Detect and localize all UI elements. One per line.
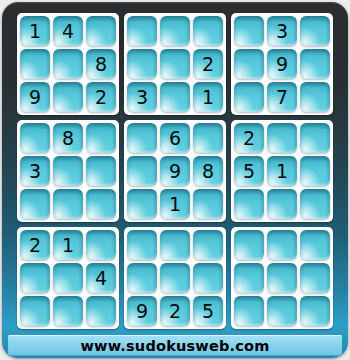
cell-r3c4[interactable]: 3 [127, 82, 157, 112]
cell-r4c6[interactable] [193, 123, 223, 153]
cell-r8c7[interactable] [234, 263, 264, 293]
cell-r7c8[interactable] [267, 230, 297, 260]
cell-r2c6[interactable]: 2 [193, 49, 223, 79]
cell-r5c6[interactable]: 8 [193, 156, 223, 186]
cell-r7c9[interactable] [300, 230, 330, 260]
board-frame: 14892231397836981251214925 www.sudokuswe… [2, 2, 348, 358]
cell-r6c6[interactable] [193, 189, 223, 219]
block-r2c3: 251 [231, 120, 333, 222]
cell-r3c7[interactable] [234, 82, 264, 112]
cell-r7c5[interactable] [160, 230, 190, 260]
footer-url-text: www.sudokusweb.com [80, 338, 269, 354]
cell-r7c4[interactable] [127, 230, 157, 260]
cell-r6c2[interactable] [53, 189, 83, 219]
cell-r5c9[interactable] [300, 156, 330, 186]
cell-r9c4[interactable]: 9 [127, 296, 157, 326]
cell-r3c3[interactable]: 2 [86, 82, 116, 112]
cell-r1c9[interactable] [300, 16, 330, 46]
cell-r3c5[interactable] [160, 82, 190, 112]
cell-r1c1[interactable]: 1 [20, 16, 50, 46]
block-r3c1: 214 [17, 227, 119, 329]
block-r3c2: 925 [124, 227, 226, 329]
cell-r9c2[interactable] [53, 296, 83, 326]
cell-r6c5[interactable]: 1 [160, 189, 190, 219]
block-r3c3 [231, 227, 333, 329]
cell-r2c7[interactable] [234, 49, 264, 79]
cell-r8c9[interactable] [300, 263, 330, 293]
cell-r2c8[interactable]: 9 [267, 49, 297, 79]
cell-r4c8[interactable] [267, 123, 297, 153]
cell-r5c8[interactable]: 1 [267, 156, 297, 186]
cell-r2c4[interactable] [127, 49, 157, 79]
cell-r3c2[interactable] [53, 82, 83, 112]
cell-r2c9[interactable] [300, 49, 330, 79]
cell-r3c1[interactable]: 9 [20, 82, 50, 112]
cell-r6c4[interactable] [127, 189, 157, 219]
cell-r9c3[interactable] [86, 296, 116, 326]
cell-r6c8[interactable] [267, 189, 297, 219]
cell-r7c2[interactable]: 1 [53, 230, 83, 260]
cell-r2c3[interactable]: 8 [86, 49, 116, 79]
cell-r8c1[interactable] [20, 263, 50, 293]
cell-r5c1[interactable]: 3 [20, 156, 50, 186]
cell-r1c6[interactable] [193, 16, 223, 46]
cell-r7c7[interactable] [234, 230, 264, 260]
cell-r5c3[interactable] [86, 156, 116, 186]
cell-r3c6[interactable]: 1 [193, 82, 223, 112]
block-r1c1: 14892 [17, 13, 119, 115]
cell-r9c5[interactable]: 2 [160, 296, 190, 326]
cell-r2c5[interactable] [160, 49, 190, 79]
cell-r8c4[interactable] [127, 263, 157, 293]
cell-r5c5[interactable]: 9 [160, 156, 190, 186]
cell-r1c5[interactable] [160, 16, 190, 46]
cell-r9c1[interactable] [20, 296, 50, 326]
block-r2c2: 6981 [124, 120, 226, 222]
cell-r3c9[interactable] [300, 82, 330, 112]
cell-r1c4[interactable] [127, 16, 157, 46]
cell-r5c2[interactable] [53, 156, 83, 186]
cell-r1c3[interactable] [86, 16, 116, 46]
cell-r8c8[interactable] [267, 263, 297, 293]
cell-r4c2[interactable]: 8 [53, 123, 83, 153]
cell-r4c4[interactable] [127, 123, 157, 153]
cell-r2c1[interactable] [20, 49, 50, 79]
cell-r7c3[interactable] [86, 230, 116, 260]
block-r1c3: 397 [231, 13, 333, 115]
cell-r8c2[interactable] [53, 263, 83, 293]
cell-r4c7[interactable]: 2 [234, 123, 264, 153]
cell-r4c1[interactable] [20, 123, 50, 153]
block-r1c2: 231 [124, 13, 226, 115]
cell-r6c9[interactable] [300, 189, 330, 219]
cell-r4c9[interactable] [300, 123, 330, 153]
cell-r2c2[interactable] [53, 49, 83, 79]
block-r2c1: 83 [17, 120, 119, 222]
cell-r7c6[interactable] [193, 230, 223, 260]
cell-r6c7[interactable] [234, 189, 264, 219]
cell-r8c3[interactable]: 4 [86, 263, 116, 293]
cell-r7c1[interactable]: 2 [20, 230, 50, 260]
cell-r9c8[interactable] [267, 296, 297, 326]
cell-r5c7[interactable]: 5 [234, 156, 264, 186]
cell-r9c6[interactable]: 5 [193, 296, 223, 326]
cell-r1c8[interactable]: 3 [267, 16, 297, 46]
cell-r9c9[interactable] [300, 296, 330, 326]
cell-r8c6[interactable] [193, 263, 223, 293]
cell-r4c5[interactable]: 6 [160, 123, 190, 153]
cell-r1c2[interactable]: 4 [53, 16, 83, 46]
cell-r8c5[interactable] [160, 263, 190, 293]
cell-r4c3[interactable] [86, 123, 116, 153]
cell-r6c1[interactable] [20, 189, 50, 219]
sudoku-board: 14892231397836981251214925 [17, 13, 333, 329]
cell-r3c8[interactable]: 7 [267, 82, 297, 112]
cell-r1c7[interactable] [234, 16, 264, 46]
cell-r9c7[interactable] [234, 296, 264, 326]
cell-r6c3[interactable] [86, 189, 116, 219]
cell-r5c4[interactable] [127, 156, 157, 186]
footer-url-band: www.sudokusweb.com [8, 335, 342, 356]
